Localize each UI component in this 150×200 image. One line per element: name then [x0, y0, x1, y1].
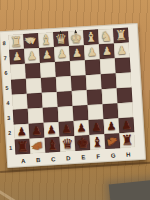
black-pawn[interactable]: ♟	[91, 121, 102, 133]
black-bishop[interactable]: ♝	[91, 135, 104, 149]
square-f3[interactable]	[88, 104, 104, 120]
square-d6[interactable]	[55, 61, 71, 77]
white-pawn[interactable]: ♟	[27, 50, 38, 62]
file-label-a: A	[16, 154, 32, 168]
square-h6[interactable]	[115, 57, 131, 73]
white-bishop[interactable]: ♝	[85, 30, 98, 44]
square-a3[interactable]	[13, 109, 29, 125]
square-e1[interactable]: ♚	[74, 135, 90, 151]
square-g7[interactable]: ♟	[99, 43, 115, 59]
square-d5[interactable]	[56, 76, 72, 92]
square-f5[interactable]	[86, 74, 102, 90]
black-pawn[interactable]: ♟	[31, 125, 42, 137]
square-h3[interactable]	[118, 102, 134, 118]
black-pawn[interactable]: ♟	[46, 124, 57, 136]
black-king[interactable]: ♚	[76, 136, 89, 150]
square-b1[interactable]: ♞	[30, 138, 46, 154]
square-g3[interactable]	[103, 103, 119, 119]
square-g5[interactable]	[101, 73, 117, 89]
square-c7[interactable]: ♟	[39, 47, 55, 63]
square-g1[interactable]: ♞	[104, 133, 120, 149]
white-bishop[interactable]: ♝	[40, 33, 53, 47]
square-c5[interactable]	[41, 77, 57, 93]
square-e5[interactable]	[71, 75, 87, 91]
black-pawn[interactable]: ♟	[76, 122, 87, 134]
black-pawn[interactable]: ♟	[16, 126, 27, 138]
white-knight[interactable]: ♞	[22, 31, 39, 48]
square-e4[interactable]	[72, 90, 88, 106]
square-b2[interactable]: ♟	[29, 123, 45, 139]
square-h7[interactable]: ♟	[114, 42, 130, 58]
square-a6[interactable]	[10, 64, 26, 80]
black-pawn[interactable]: ♟	[106, 120, 117, 132]
square-g8[interactable]: ♞	[98, 28, 114, 44]
square-d7[interactable]: ♟	[54, 46, 70, 62]
square-a4[interactable]	[12, 94, 28, 110]
chess-board: 87654321 ♜♞♝♛♚♝♞♜♟♟♟♟♟♟♟♟♟♟♟♟♟♟♟♟♜♞♝♛♚♝♞…	[0, 23, 146, 168]
file-label-c: C	[45, 152, 61, 166]
board-grid: ♜♞♝♛♚♝♞♜♟♟♟♟♟♟♟♟♟♟♟♟♟♟♟♟♜♞♝♛♚♝♞♜	[8, 27, 135, 154]
file-label-b: B	[30, 153, 46, 167]
square-b5[interactable]	[26, 78, 42, 94]
square-c4[interactable]	[42, 92, 58, 108]
square-f4[interactable]	[87, 89, 103, 105]
square-d3[interactable]	[58, 106, 74, 122]
square-b8[interactable]: ♞	[23, 33, 39, 49]
square-b7[interactable]: ♟	[24, 48, 40, 64]
table-corner-shadow	[109, 180, 150, 200]
photo-scene: 87654321 ♜♞♝♛♚♝♞♜♟♟♟♟♟♟♟♟♟♟♟♟♟♟♟♟♜♞♝♛♚♝♞…	[0, 0, 150, 200]
black-rook[interactable]: ♜	[16, 140, 29, 154]
black-queen[interactable]: ♛	[61, 137, 74, 151]
file-label-e: E	[75, 150, 91, 164]
square-b6[interactable]	[25, 63, 41, 79]
square-c1[interactable]: ♝	[45, 137, 61, 153]
square-e3[interactable]	[73, 105, 89, 121]
file-label-d: D	[60, 151, 76, 165]
square-d8[interactable]: ♛	[53, 31, 69, 47]
square-c6[interactable]	[40, 62, 56, 78]
file-label-h: H	[120, 147, 136, 161]
white-pawn[interactable]: ♟	[117, 45, 128, 57]
black-pawn[interactable]: ♟	[61, 123, 72, 135]
square-a7[interactable]: ♟	[9, 49, 25, 65]
square-c8[interactable]: ♝	[38, 32, 54, 48]
square-d4[interactable]	[57, 91, 73, 107]
square-b3[interactable]	[28, 108, 44, 124]
square-h5[interactable]	[116, 72, 132, 88]
square-f6[interactable]	[85, 59, 101, 75]
white-queen[interactable]: ♛	[55, 32, 68, 46]
black-knight[interactable]: ♞	[30, 139, 44, 152]
white-pawn[interactable]: ♟	[42, 49, 53, 61]
square-c3[interactable]	[43, 107, 59, 123]
dark-finial	[74, 29, 77, 33]
square-h1[interactable]: ♜	[119, 132, 135, 148]
file-label-f: F	[90, 149, 106, 163]
white-rook[interactable]: ♜	[114, 28, 127, 42]
white-pawn[interactable]: ♟	[72, 47, 83, 59]
table-plank-edge	[0, 187, 46, 200]
square-d1[interactable]: ♛	[60, 136, 76, 152]
square-g4[interactable]	[102, 88, 118, 104]
square-g6[interactable]	[100, 58, 116, 74]
square-a5[interactable]	[11, 79, 27, 95]
white-pawn[interactable]: ♟	[57, 48, 68, 60]
square-e6[interactable]	[70, 60, 86, 76]
square-h4[interactable]	[117, 87, 133, 103]
square-e7[interactable]: ♟	[69, 45, 85, 61]
square-e8[interactable]: ♚	[68, 30, 84, 46]
square-b4[interactable]	[27, 93, 43, 109]
white-pawn[interactable]: ♟	[12, 51, 23, 63]
black-knight[interactable]: ♞	[105, 134, 121, 149]
square-f7[interactable]: ♟	[84, 44, 100, 60]
square-f8[interactable]: ♝	[83, 29, 99, 45]
file-label-g: G	[105, 148, 121, 162]
dark-finial	[59, 30, 62, 34]
square-h8[interactable]: ♜	[113, 27, 129, 43]
white-king[interactable]: ♚	[70, 31, 83, 45]
black-pawn[interactable]: ♟	[121, 119, 132, 131]
white-knight[interactable]: ♞	[99, 29, 112, 43]
white-pawn[interactable]: ♟	[102, 46, 113, 58]
white-pawn[interactable]: ♟	[87, 46, 98, 58]
black-bishop[interactable]: ♝	[46, 138, 59, 152]
square-g2[interactable]: ♟	[104, 118, 120, 134]
black-rook[interactable]: ♜	[121, 133, 134, 147]
